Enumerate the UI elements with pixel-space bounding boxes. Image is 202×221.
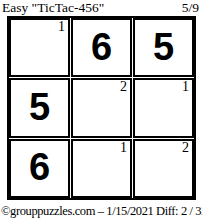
grid-cell-r0c0[interactable]: 1: [9, 18, 70, 77]
corner-clue: 1: [120, 140, 127, 156]
cell-value: 5: [29, 88, 50, 126]
corner-clue: 1: [182, 79, 189, 95]
cell-value: 6: [29, 148, 50, 186]
grid-cell-r2c1[interactable]: 1: [71, 139, 132, 198]
grid-cell-r1c0[interactable]: 5: [9, 78, 70, 137]
grid-cell-r1c1[interactable]: 2: [71, 78, 132, 137]
cell-value: 6: [91, 28, 112, 66]
footer-credit: ©grouppuzzles.com – 1/15/2021 Diff: 2 / …: [1, 204, 202, 219]
corner-clue: 1: [58, 19, 65, 35]
grid-cell-r1c2[interactable]: 1: [133, 78, 194, 137]
puzzle-title: Easy "TicTac-456": [2, 0, 104, 15]
header: Easy "TicTac-456" 5/9: [2, 0, 199, 15]
grid-cell-r2c0[interactable]: 6: [9, 139, 70, 198]
tictac-grid: 1 6 5 5 2 1 6 1: [7, 16, 196, 200]
cell-value: 5: [153, 28, 174, 66]
grid-cell-r0c2[interactable]: 5: [133, 18, 194, 77]
grid-cell-r0c1[interactable]: 6: [71, 18, 132, 77]
corner-clue: 2: [182, 140, 189, 156]
puzzle-page: Easy "TicTac-456" 5/9 1 6 5 5 2 1: [0, 0, 202, 221]
corner-clue: 2: [120, 79, 127, 95]
grid-cell-r2c2[interactable]: 2: [133, 139, 194, 198]
page-indicator: 5/9: [182, 0, 199, 15]
